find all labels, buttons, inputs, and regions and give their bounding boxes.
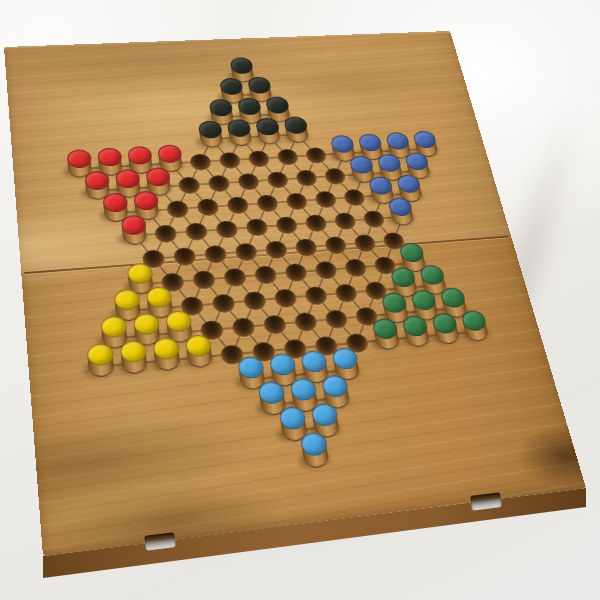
game-board [4, 31, 586, 556]
board-hole[interactable] [264, 240, 288, 259]
board-hole[interactable] [284, 263, 308, 282]
board-hole[interactable] [293, 311, 318, 331]
board-hole[interactable] [344, 258, 368, 277]
board-cell [260, 125, 278, 147]
board-hole[interactable] [353, 234, 377, 252]
board-cell [231, 127, 249, 149]
board-hole[interactable] [334, 283, 358, 303]
board-hole[interactable] [154, 224, 178, 243]
board-cell [305, 442, 327, 472]
board-cell [316, 187, 335, 210]
board-hole[interactable] [314, 260, 338, 279]
board-cell [288, 124, 307, 146]
hinge-notch [470, 492, 502, 511]
board-cell [125, 349, 145, 377]
board-cell [287, 189, 306, 213]
board-hole[interactable] [243, 290, 268, 310]
board-cell [393, 205, 413, 229]
board-cell [180, 173, 199, 197]
board-hole[interactable] [324, 236, 348, 255]
board-cell [466, 319, 487, 345]
board-cell [326, 233, 346, 258]
board-cell [306, 282, 326, 308]
board-cell [307, 144, 326, 166]
board-hole[interactable] [343, 188, 366, 206]
board-cell [202, 128, 220, 150]
board-cell [268, 168, 287, 191]
board-cell [236, 239, 255, 264]
board-cell [156, 221, 175, 246]
board-cell [377, 327, 398, 354]
board-hole[interactable] [192, 270, 216, 290]
board-hole[interactable] [223, 267, 247, 287]
board-hole[interactable] [324, 309, 349, 329]
board-cell [286, 260, 306, 285]
board-cell [265, 311, 285, 338]
board-hole[interactable] [245, 218, 269, 236]
board-cell [214, 290, 234, 316]
board-hole[interactable] [295, 169, 318, 186]
chinese-checkers-photo [0, 0, 600, 600]
board-cell [407, 324, 428, 351]
board-cell [175, 244, 194, 269]
board-cell [125, 223, 144, 248]
board-hole[interactable] [362, 210, 386, 228]
board-hole[interactable] [304, 214, 328, 232]
board-cell [258, 191, 277, 215]
board-cell [198, 195, 217, 219]
board-cell [191, 150, 209, 173]
board-hole[interactable] [234, 242, 258, 261]
board-cell [276, 285, 296, 311]
board-cell [326, 165, 345, 188]
board-cell [221, 149, 239, 172]
board-cell [157, 346, 177, 374]
board-cell [346, 255, 366, 280]
board-hole[interactable] [324, 167, 347, 184]
board-cell [228, 193, 247, 217]
board-cell [326, 306, 346, 332]
board-hole[interactable] [262, 314, 287, 334]
board-hole[interactable] [204, 244, 228, 263]
board-cell [437, 321, 458, 347]
board-cell [210, 172, 229, 195]
board-cell [296, 308, 316, 335]
board-hole[interactable] [215, 220, 239, 239]
board-cell [297, 166, 316, 189]
board-hole[interactable] [231, 317, 256, 338]
board-cell [168, 197, 187, 221]
board-cell [91, 352, 111, 381]
board-cell [190, 343, 210, 371]
board-cell [316, 257, 336, 282]
board-hole[interactable] [273, 288, 298, 308]
board-hole[interactable] [178, 176, 201, 194]
board-hole[interactable] [173, 247, 197, 266]
board-cell [256, 262, 276, 288]
board-cell [277, 213, 296, 237]
board-hole[interactable] [218, 152, 241, 169]
board-cell [336, 280, 356, 306]
board-hole[interactable] [285, 192, 308, 210]
board-hole[interactable] [166, 200, 189, 218]
board-cell [187, 219, 206, 244]
board-hole[interactable] [276, 148, 299, 165]
board-cell [306, 211, 325, 235]
board-hole[interactable] [226, 196, 249, 214]
board-hole[interactable] [314, 190, 337, 208]
board-hole[interactable] [189, 153, 212, 170]
board-hole[interactable] [333, 212, 357, 230]
board-hole[interactable] [256, 194, 279, 212]
board-cell [245, 287, 265, 313]
board-cell [234, 314, 254, 341]
board-cell [355, 231, 375, 255]
board-hole[interactable] [185, 222, 209, 241]
board-cell [278, 146, 297, 169]
board-cell [335, 209, 355, 233]
board-hole[interactable] [237, 173, 260, 191]
board-cell [267, 237, 287, 262]
board-cell [206, 241, 225, 266]
board-cell [345, 186, 364, 209]
board-hole[interactable] [207, 174, 230, 192]
board-hole[interactable] [275, 216, 299, 234]
board-cell [239, 170, 258, 193]
board-hole[interactable] [304, 286, 328, 306]
board-hole[interactable] [196, 198, 219, 216]
board-cell [247, 215, 266, 239]
board-cell [364, 207, 384, 231]
board-cell [225, 264, 245, 290]
board-hole[interactable] [211, 293, 236, 313]
board-cell [217, 217, 236, 242]
board-cell [250, 147, 269, 170]
board-cell [194, 267, 213, 293]
board-hole[interactable] [254, 265, 278, 284]
board-hole[interactable] [305, 147, 328, 164]
board-cell [296, 235, 316, 260]
board-hole[interactable] [294, 238, 318, 257]
board-hole[interactable] [266, 171, 289, 188]
board-hole[interactable] [247, 150, 270, 167]
